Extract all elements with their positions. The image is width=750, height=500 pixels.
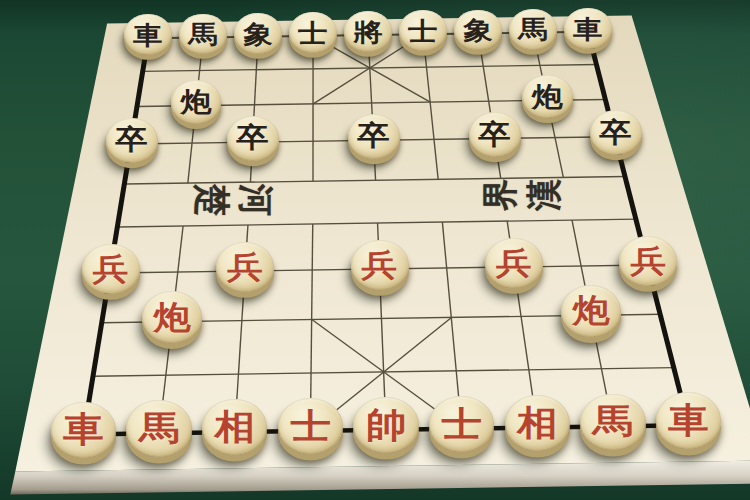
piece-red-cannon[interactable]: 炮 [561, 285, 621, 337]
river-label-han-jie: 界漢 [483, 172, 561, 218]
piece-character: 車 [133, 22, 162, 47]
piece-red-horse[interactable]: 馬 [580, 394, 645, 450]
piece-character: 馬 [188, 21, 217, 46]
piece-character: 象 [243, 21, 272, 46]
piece-character: 卒 [115, 126, 147, 154]
piece-red-soldier[interactable]: 兵 [216, 242, 274, 292]
piece-character: 象 [463, 17, 492, 42]
piece-character: 馬 [518, 16, 547, 41]
piece-character: 馬 [139, 411, 179, 446]
piece-character: 兵 [496, 247, 532, 278]
piece-red-soldier[interactable]: 兵 [619, 236, 677, 286]
piece-red-advisor[interactable]: 士 [429, 396, 494, 452]
piece-character: 兵 [93, 253, 129, 284]
river-label-chu-he: 楚河 [194, 177, 272, 223]
piece-character: 車 [573, 16, 602, 41]
piece-character: 馬 [593, 404, 633, 439]
piece-black-advisor[interactable]: 士 [399, 10, 446, 51]
piece-character: 炮 [572, 295, 609, 327]
piece-character: 士 [441, 407, 481, 442]
river-character: 漢 [520, 179, 568, 211]
piece-black-soldier[interactable]: 卒 [227, 116, 279, 161]
piece-black-advisor[interactable]: 士 [289, 12, 336, 53]
piece-black-cannon[interactable]: 炮 [171, 80, 222, 123]
piece-red-elephant[interactable]: 相 [505, 395, 570, 451]
piece-character: 兵 [227, 251, 263, 282]
piece-black-elephant[interactable]: 象 [234, 13, 281, 54]
piece-character: 相 [215, 410, 255, 445]
river-character: 界 [476, 179, 524, 211]
piece-black-cannon[interactable]: 炮 [522, 75, 573, 118]
piece-black-chariot[interactable]: 車 [124, 14, 171, 55]
piece-character: 士 [408, 18, 437, 43]
piece-black-elephant[interactable]: 象 [454, 10, 501, 51]
piece-character: 卒 [357, 123, 389, 151]
piece-character: 兵 [362, 249, 398, 280]
piece-character: 車 [668, 403, 708, 438]
piece-character: 卒 [236, 124, 268, 152]
piece-black-general[interactable]: 將 [344, 11, 391, 52]
piece-red-chariot[interactable]: 車 [51, 402, 116, 458]
piece-black-soldier[interactable]: 卒 [469, 112, 521, 157]
piece-character: 卒 [599, 119, 631, 147]
piece-red-horse[interactable]: 馬 [126, 400, 191, 456]
piece-red-soldier[interactable]: 兵 [351, 240, 409, 290]
river-character: 河 [231, 183, 279, 215]
piece-black-horse[interactable]: 馬 [509, 9, 556, 50]
table-felt: 楚河 界漢 車馬象士將士象馬車炮炮卒卒卒卒卒兵兵兵兵兵炮炮車馬相士帥士相馬車 [0, 0, 750, 500]
piece-character: 卒 [478, 121, 510, 149]
piece-character: 炮 [180, 88, 211, 115]
piece-character: 炮 [532, 83, 563, 110]
piece-character: 士 [290, 409, 330, 444]
piece-black-chariot[interactable]: 車 [564, 8, 611, 49]
piece-character: 兵 [630, 245, 666, 276]
piece-red-general[interactable]: 帥 [353, 397, 418, 453]
river-character: 楚 [187, 183, 235, 215]
piece-red-soldier[interactable]: 兵 [485, 238, 543, 288]
piece-red-soldier[interactable]: 兵 [82, 244, 140, 294]
piece-character: 將 [353, 19, 382, 44]
piece-character: 車 [63, 412, 103, 447]
piece-character: 炮 [154, 301, 191, 333]
piece-red-chariot[interactable]: 車 [656, 392, 721, 448]
piece-black-soldier[interactable]: 卒 [106, 118, 158, 163]
piece-character: 相 [517, 405, 557, 440]
piece-black-horse[interactable]: 馬 [179, 14, 226, 55]
piece-character: 帥 [366, 408, 406, 443]
piece-black-soldier[interactable]: 卒 [348, 114, 400, 159]
piece-black-soldier[interactable]: 卒 [590, 110, 642, 155]
piece-character: 士 [298, 20, 327, 45]
piece-red-advisor[interactable]: 士 [278, 398, 343, 454]
